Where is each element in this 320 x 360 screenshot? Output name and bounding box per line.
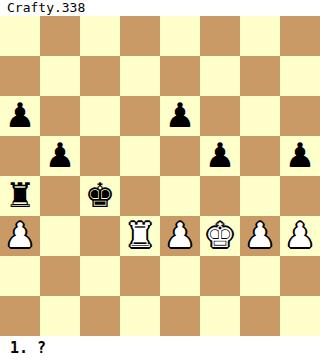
square-d2[interactable] bbox=[120, 256, 160, 296]
square-e4[interactable] bbox=[160, 176, 200, 216]
square-a3[interactable]: ♟ bbox=[0, 216, 40, 256]
black-pawn[interactable]: ♟ bbox=[45, 135, 75, 175]
black-pawn[interactable]: ♟ bbox=[5, 95, 35, 135]
white-rook[interactable]: ♜ bbox=[125, 215, 155, 255]
square-h4[interactable] bbox=[280, 176, 320, 216]
square-d8[interactable] bbox=[120, 16, 160, 56]
square-a1[interactable] bbox=[0, 296, 40, 336]
square-f8[interactable] bbox=[200, 16, 240, 56]
square-b7[interactable] bbox=[40, 56, 80, 96]
square-d7[interactable] bbox=[120, 56, 160, 96]
white-pawn[interactable]: ♟ bbox=[285, 215, 315, 255]
square-g2[interactable] bbox=[240, 256, 280, 296]
black-pawn[interactable]: ♟ bbox=[205, 135, 235, 175]
square-h3[interactable]: ♟ bbox=[280, 216, 320, 256]
window-titlebar: Crafty.338 bbox=[0, 0, 320, 16]
square-a7[interactable] bbox=[0, 56, 40, 96]
square-c1[interactable] bbox=[80, 296, 120, 336]
square-b1[interactable] bbox=[40, 296, 80, 336]
square-b8[interactable] bbox=[40, 16, 80, 56]
square-h8[interactable] bbox=[280, 16, 320, 56]
square-f1[interactable] bbox=[200, 296, 240, 336]
square-g7[interactable] bbox=[240, 56, 280, 96]
black-rook[interactable]: ♜ bbox=[5, 175, 35, 215]
square-a8[interactable] bbox=[0, 16, 40, 56]
square-h2[interactable] bbox=[280, 256, 320, 296]
square-f7[interactable] bbox=[200, 56, 240, 96]
square-c6[interactable] bbox=[80, 96, 120, 136]
square-e2[interactable] bbox=[160, 256, 200, 296]
square-g6[interactable] bbox=[240, 96, 280, 136]
square-e3[interactable]: ♟ bbox=[160, 216, 200, 256]
square-f3[interactable]: ♚ bbox=[200, 216, 240, 256]
square-a4[interactable]: ♜ bbox=[0, 176, 40, 216]
square-a2[interactable] bbox=[0, 256, 40, 296]
square-g3[interactable]: ♟ bbox=[240, 216, 280, 256]
square-c8[interactable] bbox=[80, 16, 120, 56]
square-f4[interactable] bbox=[200, 176, 240, 216]
square-a6[interactable]: ♟ bbox=[0, 96, 40, 136]
square-h5[interactable]: ♟ bbox=[280, 136, 320, 176]
move-prompt: 1. ? bbox=[10, 339, 46, 357]
square-d3[interactable]: ♜ bbox=[120, 216, 160, 256]
square-f2[interactable] bbox=[200, 256, 240, 296]
square-d5[interactable] bbox=[120, 136, 160, 176]
square-h6[interactable] bbox=[280, 96, 320, 136]
square-c2[interactable] bbox=[80, 256, 120, 296]
square-g5[interactable] bbox=[240, 136, 280, 176]
black-king[interactable]: ♚ bbox=[85, 175, 115, 215]
square-g1[interactable] bbox=[240, 296, 280, 336]
square-e1[interactable] bbox=[160, 296, 200, 336]
chess-board: ♟♟♟♟♟♜♚♟♜♟♚♟♟ bbox=[0, 16, 320, 336]
square-c7[interactable] bbox=[80, 56, 120, 96]
square-h7[interactable] bbox=[280, 56, 320, 96]
black-pawn[interactable]: ♟ bbox=[165, 95, 195, 135]
square-c3[interactable] bbox=[80, 216, 120, 256]
square-a5[interactable] bbox=[0, 136, 40, 176]
square-b3[interactable] bbox=[40, 216, 80, 256]
square-e6[interactable]: ♟ bbox=[160, 96, 200, 136]
square-g4[interactable] bbox=[240, 176, 280, 216]
square-d6[interactable] bbox=[120, 96, 160, 136]
square-g8[interactable] bbox=[240, 16, 280, 56]
square-b2[interactable] bbox=[40, 256, 80, 296]
square-h1[interactable] bbox=[280, 296, 320, 336]
white-king[interactable]: ♚ bbox=[205, 215, 235, 255]
white-pawn[interactable]: ♟ bbox=[5, 215, 35, 255]
crafty-window: Crafty.338 ♟♟♟♟♟♜♚♟♜♟♚♟♟ 1. ? bbox=[0, 0, 320, 360]
square-b4[interactable] bbox=[40, 176, 80, 216]
square-f5[interactable]: ♟ bbox=[200, 136, 240, 176]
square-e5[interactable] bbox=[160, 136, 200, 176]
black-pawn[interactable]: ♟ bbox=[285, 135, 315, 175]
white-pawn[interactable]: ♟ bbox=[165, 215, 195, 255]
square-e7[interactable] bbox=[160, 56, 200, 96]
status-bar: 1. ? bbox=[0, 336, 320, 360]
white-pawn[interactable]: ♟ bbox=[245, 215, 275, 255]
square-c4[interactable]: ♚ bbox=[80, 176, 120, 216]
square-f6[interactable] bbox=[200, 96, 240, 136]
square-b5[interactable]: ♟ bbox=[40, 136, 80, 176]
square-c5[interactable] bbox=[80, 136, 120, 176]
square-d4[interactable] bbox=[120, 176, 160, 216]
window-title: Crafty.338 bbox=[7, 0, 85, 16]
square-b6[interactable] bbox=[40, 96, 80, 136]
square-e8[interactable] bbox=[160, 16, 200, 56]
square-d1[interactable] bbox=[120, 296, 160, 336]
